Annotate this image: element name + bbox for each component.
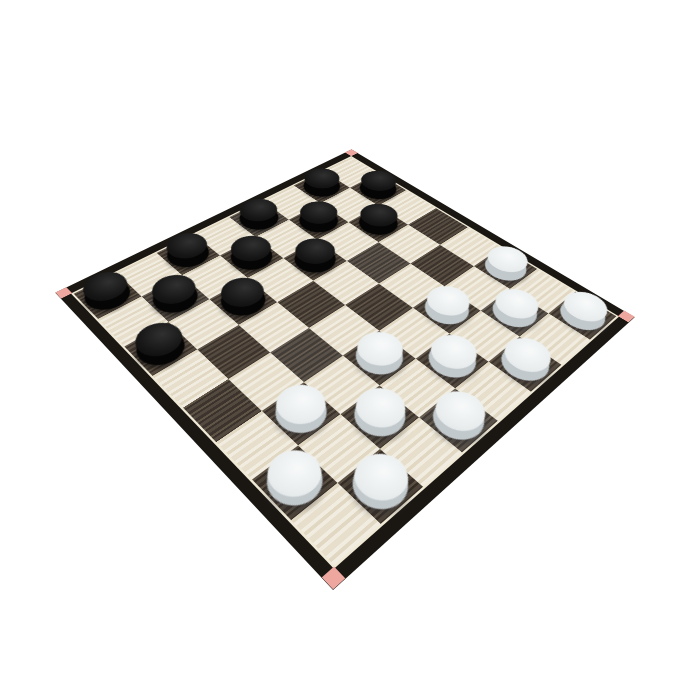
checkers-board-mat <box>55 149 634 589</box>
white-checker[interactable] <box>476 249 534 287</box>
corner-mark-left <box>55 287 72 299</box>
board-playfield <box>71 156 619 569</box>
black-checker[interactable] <box>77 274 139 317</box>
corner-mark-right <box>618 311 635 323</box>
corner-mark-top <box>345 149 358 156</box>
board-scene <box>55 149 634 589</box>
corner-mark-bottom <box>322 567 346 590</box>
board-grid <box>74 157 617 565</box>
photo-background <box>0 0 700 700</box>
